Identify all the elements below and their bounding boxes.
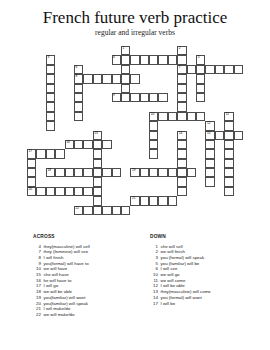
grid-cell[interactable] (158, 112, 167, 121)
grid-cell[interactable] (158, 196, 167, 205)
clue-item: 17I will be (150, 301, 262, 307)
down-clue-list: 1she will sell2we will finish3you (forma… (150, 244, 262, 307)
grid-cell[interactable] (177, 168, 186, 177)
grid-cell[interactable] (46, 187, 55, 196)
grid-cell[interactable] (140, 55, 149, 64)
grid-cell[interactable] (149, 196, 158, 205)
grid-cell[interactable] (140, 168, 149, 177)
grid-cell[interactable]: 21 (130, 196, 139, 205)
grid-cell[interactable] (224, 131, 233, 140)
clue-number: 22 (76, 207, 80, 211)
clue-number: 13 (94, 132, 98, 136)
page-title: French future verb practice (0, 8, 270, 28)
grid-cell[interactable]: 8 (74, 74, 83, 83)
grid-cell[interactable] (93, 187, 102, 196)
grid-cell[interactable] (121, 93, 130, 102)
grid-cell[interactable] (27, 177, 36, 186)
grid-cell[interactable] (46, 149, 55, 158)
clue-number: 8 (76, 75, 78, 79)
grid-cell[interactable] (149, 168, 158, 177)
grid-cell[interactable] (224, 121, 233, 130)
grid-cell[interactable] (93, 74, 102, 83)
grid-cell[interactable] (36, 187, 45, 196)
grid-cell[interactable] (93, 159, 102, 168)
across-header: ACROSS (33, 234, 143, 239)
grid-cell[interactable] (112, 168, 121, 177)
grid-cell[interactable]: 5 (196, 55, 205, 64)
down-header: DOWN (150, 234, 262, 239)
clue-item-text: we will make/do (44, 312, 144, 318)
clue-number: 9 (113, 94, 115, 98)
grid-cell[interactable]: 9 (112, 93, 121, 102)
down-clues-section: DOWN 1she will sell2we will finish3you (… (150, 234, 262, 306)
grid-cell[interactable] (46, 84, 55, 93)
grid-cell[interactable] (224, 159, 233, 168)
grid-cell[interactable] (177, 112, 186, 121)
grid-cell[interactable] (65, 168, 74, 177)
grid-cell[interactable] (93, 196, 102, 205)
grid-cell[interactable] (112, 206, 121, 215)
grid-cell[interactable] (177, 55, 186, 64)
crossword-grid[interactable]: 12345678910111213141516171819202122 (27, 46, 243, 215)
grid-cell[interactable] (102, 206, 111, 215)
clue-number: 6 (76, 66, 78, 70)
grid-cell[interactable] (65, 187, 74, 196)
grid-cell[interactable] (74, 168, 83, 177)
grid-cell[interactable] (168, 55, 177, 64)
grid-cell[interactable] (93, 140, 102, 149)
clue-number: 20 (29, 188, 33, 192)
grid-cell[interactable]: 20 (27, 187, 36, 196)
grid-cell[interactable] (74, 102, 83, 111)
clue-number: 1 (123, 47, 125, 51)
grid-cell[interactable] (215, 131, 224, 140)
grid-cell[interactable] (196, 74, 205, 83)
clue-number: 4 (113, 56, 115, 60)
grid-cell[interactable] (55, 168, 64, 177)
grid-cell[interactable] (224, 149, 233, 158)
grid-cell[interactable] (205, 159, 214, 168)
grid-cell[interactable] (121, 65, 130, 74)
clue-number: 14 (179, 132, 183, 136)
grid-cell[interactable] (234, 65, 243, 74)
grid-cell[interactable] (27, 159, 36, 168)
grid-cell[interactable] (205, 140, 214, 149)
grid-cell[interactable] (177, 159, 186, 168)
grid-cell[interactable] (140, 93, 149, 102)
grid-cell[interactable] (168, 196, 177, 205)
grid-cell[interactable] (130, 93, 139, 102)
grid-cell[interactable] (224, 140, 233, 149)
grid-cell[interactable] (196, 93, 205, 102)
grid-cell[interactable]: 22 (74, 206, 83, 215)
grid-cell[interactable] (46, 121, 55, 130)
page-subtitle: regular and irregular verbs (0, 28, 270, 37)
grid-cell[interactable]: 18 (46, 168, 55, 177)
grid-cell[interactable]: 3 (46, 55, 55, 64)
clue-item-number: 22 (33, 312, 41, 318)
grid-cell[interactable] (149, 131, 158, 140)
clue-number: 2 (179, 47, 181, 51)
grid-cell[interactable] (74, 187, 83, 196)
clue-number: 5 (198, 56, 200, 60)
clue-number: 21 (132, 197, 136, 201)
grid-cell[interactable] (177, 74, 186, 83)
grid-cell[interactable] (74, 140, 83, 149)
grid-cell[interactable] (102, 168, 111, 177)
clue-item-number: 17 (150, 301, 158, 307)
grid-cell[interactable] (93, 177, 102, 186)
clue-number: 12 (207, 122, 211, 126)
clue-number: 17 (29, 150, 33, 154)
grid-cell[interactable] (121, 74, 130, 83)
clue-number: 10 (151, 113, 155, 117)
clue-number: 11 (226, 113, 229, 117)
grid-cell[interactable] (224, 187, 233, 196)
clue-number: 18 (47, 169, 51, 173)
clue-item-text: I will be (161, 301, 263, 307)
grid-cell[interactable]: 4 (112, 55, 121, 64)
clue-number: 15 (207, 132, 211, 136)
grid-cell[interactable]: 1 (121, 46, 130, 55)
grid-cell[interactable] (177, 84, 186, 93)
grid-cell[interactable] (177, 177, 186, 186)
grid-cell[interactable] (196, 84, 205, 93)
grid-cell[interactable] (93, 206, 102, 215)
grid-cell[interactable]: 10 (149, 112, 158, 121)
grid-cell[interactable] (83, 74, 92, 83)
grid-cell[interactable] (140, 196, 149, 205)
grid-cell[interactable] (74, 84, 83, 93)
grid-cell[interactable]: 16 (65, 140, 74, 149)
grid-cell[interactable] (187, 112, 196, 121)
grid-cell[interactable] (46, 93, 55, 102)
grid-cell[interactable] (121, 84, 130, 93)
grid-cell[interactable]: 7 (177, 65, 186, 74)
grid-cell[interactable] (55, 187, 64, 196)
grid-cell[interactable] (130, 55, 139, 64)
grid-cell[interactable] (93, 168, 102, 177)
grid-cell[interactable] (149, 121, 158, 130)
grid-cell[interactable] (27, 168, 36, 177)
grid-cell[interactable] (46, 74, 55, 83)
clue-number: 7 (179, 66, 181, 70)
grid-cell[interactable] (149, 149, 158, 158)
grid-cell[interactable] (215, 65, 224, 74)
grid-cell[interactable]: 13 (93, 131, 102, 140)
grid-cell[interactable] (46, 112, 55, 121)
grid-cell[interactable] (149, 55, 158, 64)
grid-cell[interactable]: 17 (27, 149, 36, 158)
grid-cell[interactable] (55, 149, 64, 158)
grid-cell[interactable] (121, 55, 130, 64)
grid-cell[interactable]: 12 (205, 121, 214, 130)
grid-cell[interactable] (102, 74, 111, 83)
grid-cell[interactable] (121, 206, 130, 215)
clue-number: 3 (47, 56, 49, 60)
across-clues-section: ACROSS 4they(masculine) will sell7they (… (33, 234, 143, 318)
grid-cell[interactable] (158, 93, 167, 102)
grid-cell[interactable]: 6 (74, 65, 83, 74)
grid-cell[interactable] (46, 102, 55, 111)
grid-cell[interactable] (187, 65, 196, 74)
grid-cell[interactable] (168, 168, 177, 177)
grid-cell[interactable] (112, 74, 121, 83)
grid-cell[interactable] (177, 102, 186, 111)
grid-cell[interactable] (224, 65, 233, 74)
grid-cell[interactable] (177, 187, 186, 196)
grid-cell[interactable]: 14 (177, 131, 186, 140)
grid-cell[interactable] (102, 140, 111, 149)
grid-cell[interactable] (177, 140, 186, 149)
grid-cell[interactable] (74, 93, 83, 102)
grid-cell[interactable] (130, 74, 139, 83)
grid-cell[interactable] (205, 149, 214, 158)
grid-cell[interactable] (158, 55, 167, 64)
grid-cell[interactable] (83, 206, 92, 215)
grid-cell[interactable]: 15 (205, 131, 214, 140)
grid-cell[interactable] (83, 140, 92, 149)
grid-cell[interactable] (234, 131, 243, 140)
grid-cell[interactable] (158, 168, 167, 177)
clue-number: 19 (132, 169, 136, 173)
grid-cell[interactable] (83, 187, 92, 196)
grid-cell[interactable] (74, 112, 83, 121)
grid-cell[interactable] (149, 140, 158, 149)
grid-cell[interactable] (83, 168, 92, 177)
grid-cell[interactable] (196, 112, 205, 121)
across-clue-list: 4they(masculine) will sell7they (feminin… (33, 244, 143, 318)
grid-cell[interactable] (36, 149, 45, 158)
grid-cell[interactable] (149, 93, 158, 102)
grid-cell[interactable]: 2 (177, 46, 186, 55)
grid-cell[interactable]: 11 (224, 112, 233, 121)
grid-cell[interactable] (46, 65, 55, 74)
grid-cell[interactable]: 19 (130, 168, 139, 177)
grid-cell[interactable] (205, 168, 214, 177)
clue-number: 16 (66, 141, 70, 145)
grid-cell[interactable] (205, 177, 214, 186)
grid-cell[interactable] (93, 149, 102, 158)
grid-cell[interactable] (196, 65, 205, 74)
grid-cell[interactable] (168, 112, 177, 121)
grid-cell[interactable] (177, 93, 186, 102)
grid-cell[interactable] (205, 65, 214, 74)
grid-cell[interactable] (187, 168, 196, 177)
grid-cell[interactable] (224, 168, 233, 177)
grid-cell[interactable] (177, 149, 186, 158)
crossword-worksheet: French future verb practice regular and … (0, 0, 270, 350)
clue-item: 22we will make/do (33, 312, 143, 318)
grid-cell[interactable] (224, 177, 233, 186)
